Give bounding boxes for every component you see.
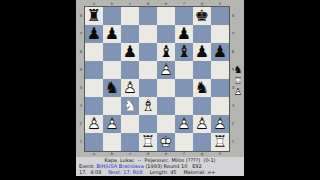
- square-g6: ♟: [193, 43, 211, 61]
- tray-white-pawn: ♟♙: [232, 86, 244, 97]
- square-b4: ♞: [103, 79, 121, 97]
- piece-glyph: ♟: [85, 25, 103, 43]
- black-knight-piece: ♞: [193, 79, 211, 97]
- square-e1: ♚♔: [157, 133, 175, 151]
- piece-glyph: ♝: [175, 43, 193, 61]
- square-b5: [103, 61, 121, 79]
- game-panel: abcdefgh 87654321 ♜♚♟♟♟♟♝♝♟♟♟♙♞♟♙♞♞♘♝♗♟♙…: [76, 0, 244, 176]
- square-a2: ♟♙: [85, 115, 103, 133]
- tray-black-knight: ♞: [232, 64, 244, 75]
- square-f7: ♟: [175, 25, 193, 43]
- white-pawn-piece: ♟♙: [193, 115, 211, 133]
- piece-outline: ♖: [211, 133, 229, 151]
- piece-glyph: ♟: [193, 43, 211, 61]
- piece-outline: ♙: [232, 86, 244, 97]
- square-g5: [193, 61, 211, 79]
- square-c2: [121, 115, 139, 133]
- piece-outline: ♖: [232, 75, 244, 86]
- square-h2: ♟♙: [211, 115, 229, 133]
- square-a4: [85, 79, 103, 97]
- square-f3: [175, 97, 193, 115]
- status-line: 17. 4:08Next: 17. Rb8Length: 45Material:…: [76, 169, 244, 175]
- square-g4: ♞: [193, 79, 211, 97]
- piece-glyph: ♟: [211, 43, 229, 61]
- piece-glyph: ♟: [121, 43, 139, 61]
- black-pawn-piece: ♟: [85, 25, 103, 43]
- square-d6: [139, 43, 157, 61]
- piece-glyph: ♟: [175, 25, 193, 43]
- white-knight-piece: ♞♘: [121, 97, 139, 115]
- black-king-piece: ♚: [193, 7, 211, 25]
- rank-labels-left: 87654321: [78, 7, 84, 151]
- status-token-3: Material: =+: [184, 169, 216, 175]
- square-d5: [139, 61, 157, 79]
- rank-label-1: 1: [78, 139, 84, 145]
- square-g8: ♚: [193, 7, 211, 25]
- square-f1: [175, 133, 193, 151]
- status-token-0: 17. 4:08: [79, 169, 101, 175]
- piece-glyph: ♟: [103, 25, 121, 43]
- rank-label-1: 1: [230, 139, 236, 145]
- status-token-1: Next: 17. Rb8: [108, 169, 142, 175]
- square-h7: [211, 25, 229, 43]
- piece-glyph: ♞: [193, 79, 211, 97]
- square-f2: ♟♙: [175, 115, 193, 133]
- piece-outline: ♙: [121, 79, 139, 97]
- white-pawn-piece: ♟♙: [121, 79, 139, 97]
- square-a8: ♜: [85, 7, 103, 25]
- square-d1: ♜♖: [139, 133, 157, 151]
- square-c1: [121, 133, 139, 151]
- square-g1: [193, 133, 211, 151]
- square-c3: ♞♘: [121, 97, 139, 115]
- black-pawn-piece: ♟: [175, 25, 193, 43]
- black-knight-piece: ♞: [232, 64, 244, 75]
- black-pawn-piece: ♟: [121, 43, 139, 61]
- piece-outline: ♙: [193, 115, 211, 133]
- piece-glyph: ♞: [232, 64, 244, 75]
- square-g7: [193, 25, 211, 43]
- piece-glyph: ♜: [85, 7, 103, 25]
- square-g3: [193, 97, 211, 115]
- square-h1: ♜♖: [211, 133, 229, 151]
- piece-outline: ♘: [121, 97, 139, 115]
- piece-outline: ♙: [103, 115, 121, 133]
- square-c7: [121, 25, 139, 43]
- square-c4: ♟♙: [121, 79, 139, 97]
- square-d7: [139, 25, 157, 43]
- piece-outline: ♙: [157, 61, 175, 79]
- square-a7: ♟: [85, 25, 103, 43]
- rank-label-3: 3: [230, 103, 236, 109]
- white-pawn-piece: ♟♙: [211, 115, 229, 133]
- caption-panel: Kapa, Lukac -- Pejanovic, Milos (????) (…: [76, 157, 244, 176]
- piece-glyph: ♝: [157, 43, 175, 61]
- piece-outline: ♖: [139, 133, 157, 151]
- rank-label-7: 7: [230, 31, 236, 37]
- white-pawn-piece: ♟♙: [157, 61, 175, 79]
- piece-outline: ♙: [85, 115, 103, 133]
- piece-outline: ♗: [139, 97, 157, 115]
- square-e3: [157, 97, 175, 115]
- rank-label-5: 5: [78, 67, 84, 73]
- square-c8: [121, 7, 139, 25]
- square-e8: [157, 7, 175, 25]
- square-h5: [211, 61, 229, 79]
- piece-outline: ♔: [157, 133, 175, 151]
- square-a1: [85, 133, 103, 151]
- rank-label-2: 2: [78, 121, 84, 127]
- rank-label-7: 7: [78, 31, 84, 37]
- black-pawn-piece: ♟: [193, 43, 211, 61]
- rank-label-3: 3: [78, 103, 84, 109]
- white-pawn-piece: ♟♙: [175, 115, 193, 133]
- square-d3: ♝♗: [139, 97, 157, 115]
- piece-glyph: ♚: [193, 7, 211, 25]
- square-b6: [103, 43, 121, 61]
- white-king-piece: ♚♔: [157, 133, 175, 151]
- square-a3: [85, 97, 103, 115]
- square-e5: ♟♙: [157, 61, 175, 79]
- square-e6: ♝: [157, 43, 175, 61]
- material-tray: ♞♜♖♟♙: [232, 64, 244, 97]
- square-a5: [85, 61, 103, 79]
- square-b1: [103, 133, 121, 151]
- square-f8: [175, 7, 193, 25]
- square-f4: [175, 79, 193, 97]
- white-pawn-piece: ♟♙: [232, 86, 244, 97]
- square-e7: [157, 25, 175, 43]
- black-rook-piece: ♜: [85, 7, 103, 25]
- square-h3: [211, 97, 229, 115]
- square-d8: [139, 7, 157, 25]
- square-f6: ♝: [175, 43, 193, 61]
- square-f5: [175, 61, 193, 79]
- white-rook-piece: ♜♖: [139, 133, 157, 151]
- rank-label-6: 6: [78, 49, 84, 55]
- square-a6: [85, 43, 103, 61]
- black-knight-piece: ♞: [103, 79, 121, 97]
- square-b3: [103, 97, 121, 115]
- square-c6: ♟: [121, 43, 139, 61]
- square-b7: ♟: [103, 25, 121, 43]
- white-pawn-piece: ♟♙: [85, 115, 103, 133]
- status-token-2: Length: 45: [150, 169, 177, 175]
- black-bishop-piece: ♝: [175, 43, 193, 61]
- square-b8: [103, 7, 121, 25]
- rank-label-6: 6: [230, 49, 236, 55]
- white-rook-piece: ♜♖: [232, 75, 244, 86]
- white-bishop-piece: ♝♗: [139, 97, 157, 115]
- white-rook-piece: ♜♖: [211, 133, 229, 151]
- piece-outline: ♙: [211, 115, 229, 133]
- tray-white-rook: ♜♖: [232, 75, 244, 86]
- square-d2: [139, 115, 157, 133]
- square-h8: [211, 7, 229, 25]
- rank-label-8: 8: [230, 13, 236, 19]
- rank-label-2: 2: [230, 121, 236, 127]
- white-pawn-piece: ♟♙: [103, 115, 121, 133]
- square-d4: [139, 79, 157, 97]
- rank-label-8: 8: [78, 13, 84, 19]
- square-g2: ♟♙: [193, 115, 211, 133]
- piece-outline: ♙: [175, 115, 193, 133]
- square-e2: [157, 115, 175, 133]
- square-c5: [121, 61, 139, 79]
- black-pawn-piece: ♟: [211, 43, 229, 61]
- square-b2: ♟♙: [103, 115, 121, 133]
- chess-board: ♜♚♟♟♟♟♝♝♟♟♟♙♞♟♙♞♞♘♝♗♟♙♟♙♟♙♟♙♟♙♜♖♚♔♜♖: [85, 7, 229, 151]
- square-h6: ♟: [211, 43, 229, 61]
- black-bishop-piece: ♝: [157, 43, 175, 61]
- rank-label-4: 4: [78, 85, 84, 91]
- black-pawn-piece: ♟: [103, 25, 121, 43]
- piece-glyph: ♞: [103, 79, 121, 97]
- square-e4: [157, 79, 175, 97]
- square-h4: [211, 79, 229, 97]
